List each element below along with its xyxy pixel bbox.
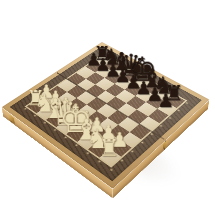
square-f3 <box>97 117 118 132</box>
brass-hinge <box>162 140 167 149</box>
square-d3 <box>76 104 96 118</box>
square-h5 <box>139 116 160 131</box>
square-h4 <box>129 123 150 138</box>
square-g6 <box>137 102 157 116</box>
square-e4 <box>96 103 116 117</box>
square-h3 <box>119 131 140 147</box>
square-g2 <box>98 132 119 148</box>
square-e1 <box>66 126 87 142</box>
square-f2 <box>87 125 108 140</box>
square-e3 <box>87 110 107 125</box>
square-f4 <box>107 110 127 124</box>
product-photo: ♜♞♝♛♚♝♞♜♟♟♟♟♟♟♟♟♟♟♟♟♟♟♟♟♜♞♝♛♚♝♞♜ <box>0 0 215 215</box>
square-c2 <box>56 104 76 118</box>
square-h2 <box>109 139 131 155</box>
square-c1 <box>46 112 67 127</box>
square-g1 <box>87 140 109 157</box>
square-d2 <box>66 111 87 126</box>
board-top-face <box>1 41 209 188</box>
square-f1 <box>76 133 97 149</box>
square-g3 <box>108 124 129 139</box>
square-g4 <box>118 116 139 131</box>
square-b1 <box>36 105 56 119</box>
square-e2 <box>76 118 97 133</box>
square-h1 <box>99 148 121 165</box>
scene: ♜♞♝♛♚♝♞♜♟♟♟♟♟♟♟♟♟♟♟♟♟♟♟♟♜♞♝♛♚♝♞♜ <box>0 0 215 215</box>
square-g5 <box>127 109 147 123</box>
square-f5 <box>117 102 137 116</box>
square-d1 <box>56 119 77 134</box>
chess-board: ♜♞♝♛♚♝♞♜♟♟♟♟♟♟♟♟♟♟♟♟♟♟♟♟♜♞♝♛♚♝♞♜ <box>1 41 209 188</box>
square-h6 <box>148 108 168 122</box>
